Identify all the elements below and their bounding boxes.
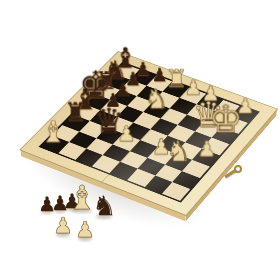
- product-photo-chess-set: ♝♟♞♟♟♜♜♟♟♟♚♟♞♝♟♜♛♚♛♟♝♟♟♞ ♟♟♟♝♞♟♟: [0, 0, 280, 280]
- captured-white-pawn: ♟: [65, 219, 105, 241]
- captured-black-knight: ♞: [84, 192, 124, 219]
